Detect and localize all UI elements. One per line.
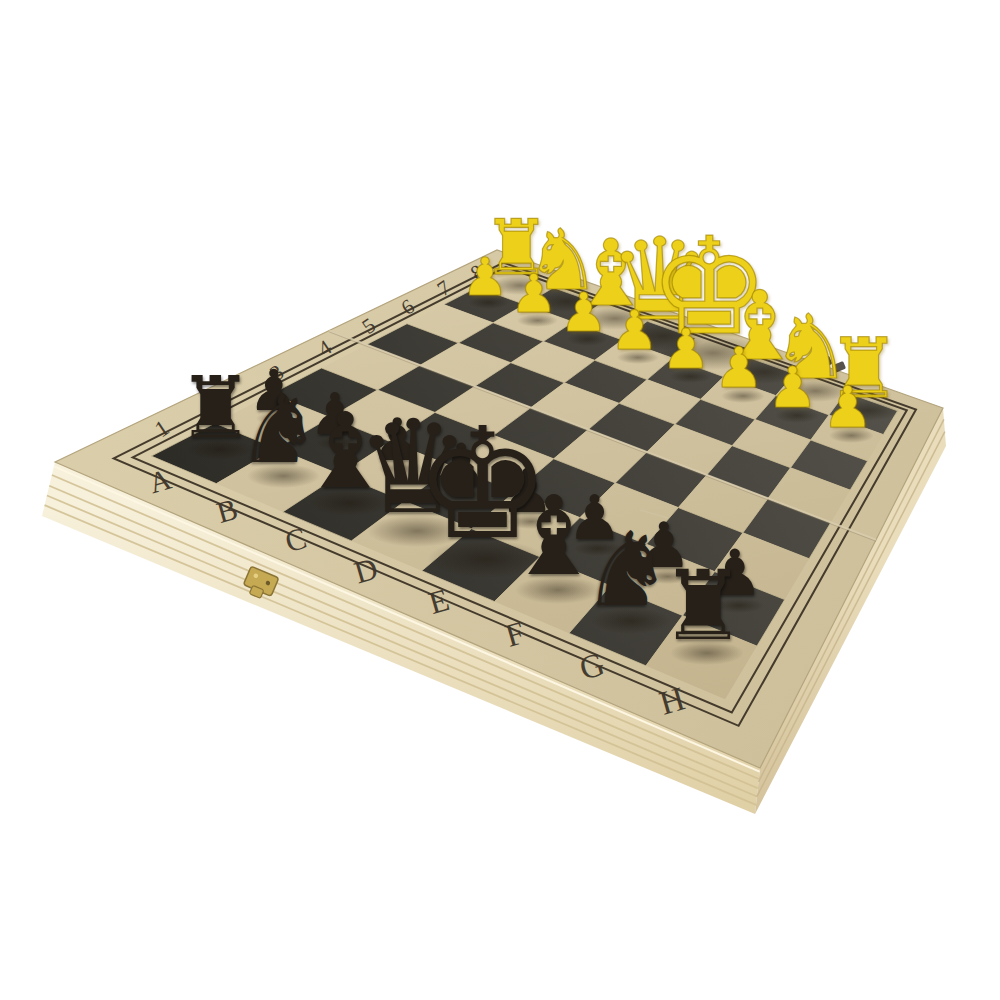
rook-glyph: ♜ — [660, 550, 746, 662]
piece-yellow-pawn-h7[interactable]: ♟ — [790, 379, 905, 442]
pawn-glyph: ♟ — [822, 374, 873, 441]
piece-black-rook-h1[interactable]: ♜ — [607, 558, 799, 664]
photo-stage: ABCDEFGH12345678♜♞♟♝♟♛♟♚♟♝♟♞♟♜♟♟♟♟♜♟♞♟♝♟… — [0, 0, 1000, 1000]
